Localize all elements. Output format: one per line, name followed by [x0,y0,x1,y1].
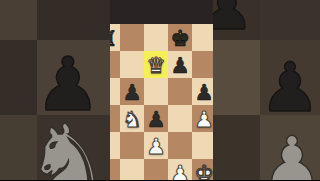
square-f8 [144,24,168,51]
letterbox-background-right: ♟♟♟ [212,0,320,180]
bg-black-pawn-icon: ♟ [212,0,254,38]
square-h6: ♟ [192,78,213,105]
white-queen: ♛ [146,55,166,77]
square-d7 [110,51,120,78]
bg-white-pawn-icon: ♟ [262,128,320,180]
square-e6: ♟ [120,78,144,105]
square-e5: ♞ [120,105,144,132]
black-rook: ♜ [110,28,118,50]
white-king: ♚ [194,163,213,181]
black-pawn: ♟ [194,82,213,104]
background-board-square [0,0,37,40]
square-g8: ♚ [168,24,192,51]
letterbox-background-left: ♟♞ [0,0,110,180]
square-f6 [144,78,168,105]
square-f5: ♟ [144,105,168,132]
black-pawn: ♟ [146,109,166,131]
black-pawn: ♟ [170,55,190,77]
square-h4 [192,132,213,159]
square-d8: ♜ [110,24,120,51]
bg-white-knight-icon: ♞ [25,112,110,180]
square-g6 [168,78,192,105]
square-f4: ♟ [144,132,168,159]
background-board-square [212,40,260,115]
background-board-square [260,0,320,40]
square-e8 [120,24,144,51]
square-h5: ♟ [192,105,213,132]
bg-black-pawn-icon: ♟ [260,54,320,122]
white-pawn: ♟ [146,136,166,158]
square-f7: ♛ [144,51,168,78]
square-h7 [192,51,213,78]
square-g5 [168,105,192,132]
square-d6 [110,78,120,105]
square-e7 [120,51,144,78]
square-e4 [120,132,144,159]
square-f3 [144,159,168,180]
square-g3: ♟ [168,159,192,180]
square-d4 [110,132,120,159]
white-knight: ♞ [122,109,142,131]
square-h3: ♚ [192,159,213,180]
square-h8 [192,24,213,51]
square-e3 [120,159,144,180]
chess-board: ♜♚♛♟♟♟♞♟♟♟♟♚ [110,24,213,180]
white-pawn: ♟ [170,163,190,181]
black-king: ♚ [170,28,190,50]
black-pawn: ♟ [122,82,142,104]
square-g4 [168,132,192,159]
square-d5 [110,105,120,132]
square-d3 [110,159,120,180]
white-pawn: ♟ [194,109,213,131]
video-frame: ♟♞ ♟♟♟ ♜♚♛♟♟♟♞♟♟♟♟♚ [0,0,320,180]
square-g7: ♟ [168,51,192,78]
background-board-square [212,115,260,180]
video-center-column: ♜♚♛♟♟♟♞♟♟♟♟♚ [110,0,213,180]
background-board-square [37,0,110,40]
